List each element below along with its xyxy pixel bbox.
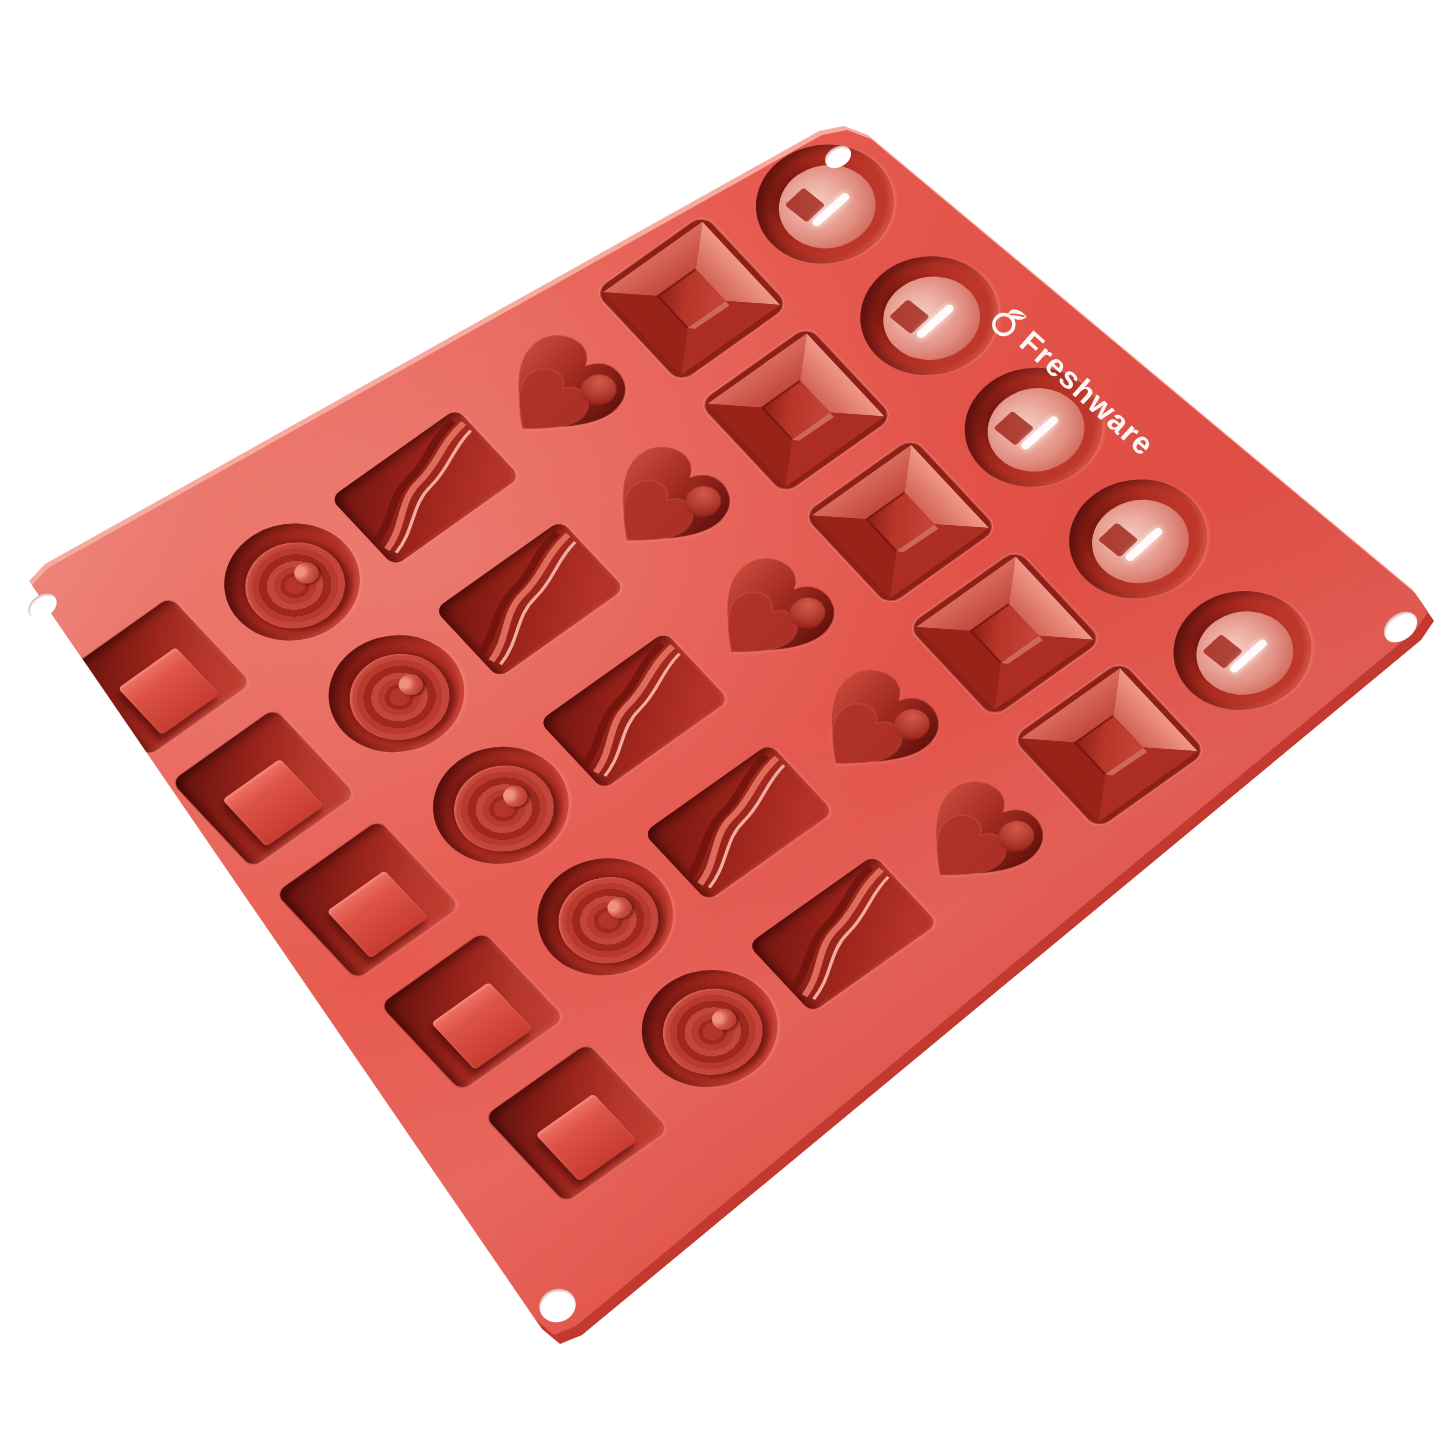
swirl-disc — [329, 636, 470, 758]
square-cavity-floor — [431, 982, 532, 1070]
product-photo: { "game": "none — product photograph of … — [0, 0, 1445, 1445]
dome-glossy-ball — [1177, 595, 1312, 712]
swirl-disc — [434, 748, 575, 870]
swirl-disc — [643, 971, 784, 1093]
square-cavity-floor — [223, 759, 324, 847]
square-cavity-floor — [118, 647, 219, 735]
swirl-disc — [225, 525, 366, 647]
dome-glossy-ball — [1073, 483, 1208, 600]
swirl-disc — [538, 859, 679, 981]
cavity-grid — [40, 101, 1361, 1226]
square-cavity-floor — [327, 870, 428, 958]
dome-glossy-ball — [864, 260, 999, 377]
square-cavity-floor — [536, 1094, 637, 1182]
mold-body — [0, 0, 1445, 1445]
